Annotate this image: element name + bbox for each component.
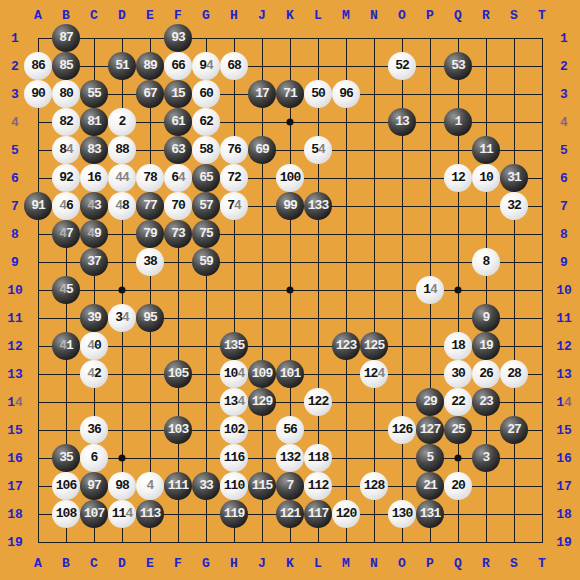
stone-Q2-move-53[interactable]: 53 — [444, 52, 472, 80]
stone-N17-move-128[interactable]: 128 — [360, 472, 388, 500]
stone-D17-move-98[interactable]: 98 — [108, 472, 136, 500]
stone-O15-move-126[interactable]: 126 — [388, 416, 416, 444]
row-label-right-19: 19 — [556, 535, 572, 550]
stone-B16-move-35[interactable]: 35 — [52, 444, 80, 472]
stone-Q14-move-22[interactable]: 22 — [444, 388, 472, 416]
row-label-right-11: 11 — [556, 311, 572, 326]
stone-C11-move-39[interactable]: 39 — [80, 304, 108, 332]
stone-A2-move-86[interactable]: 86 — [24, 52, 52, 80]
column-label-top-H: H — [230, 8, 238, 23]
column-label-bottom-K: K — [286, 556, 294, 571]
column-label-top-N: N — [370, 8, 378, 23]
stone-P16-move-5[interactable]: 5 — [416, 444, 444, 472]
stone-C18-move-107[interactable]: 107 — [80, 500, 108, 528]
stone-O4-move-13[interactable]: 13 — [388, 108, 416, 136]
stone-M18-move-120[interactable]: 120 — [332, 500, 360, 528]
stone-G17-move-33[interactable]: 33 — [192, 472, 220, 500]
row-label-left-3: 3 — [11, 87, 19, 102]
column-label-bottom-L: L — [314, 556, 322, 571]
column-label-top-G: G — [202, 8, 210, 23]
column-label-top-R: R — [482, 8, 490, 23]
stone-K18-move-121[interactable]: 121 — [276, 500, 304, 528]
column-label-top-B: B — [62, 8, 70, 23]
stone-H5-move-76[interactable]: 76 — [220, 136, 248, 164]
row-label-left-17: 17 — [7, 479, 23, 494]
stone-F8-move-73[interactable]: 73 — [164, 220, 192, 248]
stone-D18-move-114[interactable]: 114 — [108, 500, 136, 528]
stone-K7-move-99[interactable]: 99 — [276, 192, 304, 220]
column-label-bottom-N: N — [370, 556, 378, 571]
row-label-right-18: 18 — [556, 507, 572, 522]
column-label-bottom-P: P — [426, 556, 434, 571]
stone-K3-move-71[interactable]: 71 — [276, 80, 304, 108]
stone-S6-move-31[interactable]: 31 — [500, 164, 528, 192]
column-label-bottom-B: B — [62, 556, 70, 571]
column-label-bottom-Q: Q — [454, 556, 462, 571]
column-label-top-A: A — [34, 8, 42, 23]
row-label-right-15: 15 — [556, 423, 572, 438]
stone-L7-move-133[interactable]: 133 — [304, 192, 332, 220]
stone-P15-move-127[interactable]: 127 — [416, 416, 444, 444]
stone-K16-move-132[interactable]: 132 — [276, 444, 304, 472]
stone-J3-move-17[interactable]: 17 — [248, 80, 276, 108]
stone-R5-move-11[interactable]: 11 — [472, 136, 500, 164]
stone-C3-move-55[interactable]: 55 — [80, 80, 108, 108]
row-label-right-1: 1 — [560, 31, 568, 46]
column-label-top-T: T — [538, 8, 546, 23]
stone-C6-move-16[interactable]: 16 — [80, 164, 108, 192]
stone-G7-move-57[interactable]: 57 — [192, 192, 220, 220]
stone-B12-move-41[interactable]: 41 — [52, 332, 80, 360]
row-label-left-2: 2 — [11, 59, 19, 74]
stone-K13-move-101[interactable]: 101 — [276, 360, 304, 388]
stone-K15-move-56[interactable]: 56 — [276, 416, 304, 444]
stone-H7-move-74[interactable]: 74 — [220, 192, 248, 220]
star-point-D10 — [119, 287, 126, 294]
stone-E2-move-89[interactable]: 89 — [136, 52, 164, 80]
grid-line-vertical — [346, 38, 347, 543]
row-label-left-19: 19 — [7, 535, 23, 550]
column-label-bottom-R: R — [482, 556, 490, 571]
column-label-top-F: F — [174, 8, 182, 23]
stone-F6-move-64[interactable]: 64 — [164, 164, 192, 192]
stone-F13-move-105[interactable]: 105 — [164, 360, 192, 388]
column-label-bottom-C: C — [90, 556, 98, 571]
stone-E18-move-113[interactable]: 113 — [136, 500, 164, 528]
stone-B18-move-108[interactable]: 108 — [52, 500, 80, 528]
grid-line-vertical — [542, 38, 543, 543]
row-label-left-16: 16 — [7, 451, 23, 466]
stone-B6-move-92[interactable]: 92 — [52, 164, 80, 192]
grid-line-horizontal — [38, 542, 543, 543]
row-label-left-10: 10 — [7, 283, 23, 298]
stone-A7-move-91[interactable]: 91 — [24, 192, 52, 220]
stone-H13-move-104[interactable]: 104 — [220, 360, 248, 388]
row-label-right-16: 16 — [556, 451, 572, 466]
stone-C13-move-42[interactable]: 42 — [80, 360, 108, 388]
column-label-top-K: K — [286, 8, 294, 23]
star-point-K10 — [287, 287, 294, 294]
stone-D2-move-51[interactable]: 51 — [108, 52, 136, 80]
stone-P17-move-21[interactable]: 21 — [416, 472, 444, 500]
star-point-Q16 — [455, 455, 462, 462]
row-label-left-6: 6 — [11, 171, 19, 186]
stone-F17-move-111[interactable]: 111 — [164, 472, 192, 500]
row-label-left-8: 8 — [11, 227, 19, 242]
stone-F1-move-93[interactable]: 93 — [164, 24, 192, 52]
row-label-right-3: 3 — [560, 87, 568, 102]
column-label-top-O: O — [398, 8, 406, 23]
row-label-right-8: 8 — [560, 227, 568, 242]
stone-B8-move-47[interactable]: 47 — [52, 220, 80, 248]
stone-G6-move-65[interactable]: 65 — [192, 164, 220, 192]
row-label-left-9: 9 — [11, 255, 19, 270]
stone-Q4-move-1[interactable]: 1 — [444, 108, 472, 136]
column-label-top-E: E — [146, 8, 154, 23]
stone-A3-move-90[interactable]: 90 — [24, 80, 52, 108]
stone-B4-move-82[interactable]: 82 — [52, 108, 80, 136]
stone-L17-move-112[interactable]: 112 — [304, 472, 332, 500]
stone-C12-move-40[interactable]: 40 — [80, 332, 108, 360]
stone-C15-move-36[interactable]: 36 — [80, 416, 108, 444]
column-label-bottom-T: T — [538, 556, 546, 571]
stone-J14-move-129[interactable]: 129 — [248, 388, 276, 416]
stone-G9-move-59[interactable]: 59 — [192, 248, 220, 276]
row-label-left-11: 11 — [7, 311, 23, 326]
stone-O18-move-130[interactable]: 130 — [388, 500, 416, 528]
stone-B17-move-106[interactable]: 106 — [52, 472, 80, 500]
column-label-bottom-H: H — [230, 556, 238, 571]
stone-K6-move-100[interactable]: 100 — [276, 164, 304, 192]
column-label-bottom-A: A — [34, 556, 42, 571]
row-label-left-13: 13 — [7, 367, 23, 382]
stone-H15-move-102[interactable]: 102 — [220, 416, 248, 444]
stone-E9-move-38[interactable]: 38 — [136, 248, 164, 276]
column-label-bottom-F: F — [174, 556, 182, 571]
column-label-bottom-S: S — [510, 556, 518, 571]
stone-H14-move-134[interactable]: 134 — [220, 388, 248, 416]
column-label-top-S: S — [510, 8, 518, 23]
stone-E17-move-4[interactable]: 4 — [136, 472, 164, 500]
stone-D6-move-44[interactable]: 44 — [108, 164, 136, 192]
stone-B3-move-80[interactable]: 80 — [52, 80, 80, 108]
column-label-top-D: D — [118, 8, 126, 23]
stone-O2-move-52[interactable]: 52 — [388, 52, 416, 80]
stone-C8-move-49[interactable]: 49 — [80, 220, 108, 248]
stone-J17-move-115[interactable]: 115 — [248, 472, 276, 500]
stone-R11-move-9[interactable]: 9 — [472, 304, 500, 332]
row-label-right-2: 2 — [560, 59, 568, 74]
stone-R16-move-3[interactable]: 3 — [472, 444, 500, 472]
column-label-top-P: P — [426, 8, 434, 23]
stone-H2-move-68[interactable]: 68 — [220, 52, 248, 80]
row-label-right-9: 9 — [560, 255, 568, 270]
stone-E7-move-77[interactable]: 77 — [136, 192, 164, 220]
stone-N13-move-124[interactable]: 124 — [360, 360, 388, 388]
stone-B10-move-45[interactable]: 45 — [52, 276, 80, 304]
column-label-bottom-M: M — [342, 556, 350, 571]
row-label-left-1: 1 — [11, 31, 19, 46]
stone-R13-move-26[interactable]: 26 — [472, 360, 500, 388]
stone-B2-move-85[interactable]: 85 — [52, 52, 80, 80]
stone-H12-move-135[interactable]: 135 — [220, 332, 248, 360]
stone-M3-move-96[interactable]: 96 — [332, 80, 360, 108]
stone-E3-move-67[interactable]: 67 — [136, 80, 164, 108]
stone-C9-move-37[interactable]: 37 — [80, 248, 108, 276]
stone-L5-move-54[interactable]: 54 — [304, 136, 332, 164]
column-label-bottom-O: O — [398, 556, 406, 571]
stone-C4-move-81[interactable]: 81 — [80, 108, 108, 136]
column-label-top-M: M — [342, 8, 350, 23]
row-label-left-14: 14 — [7, 395, 23, 410]
stone-F15-move-103[interactable]: 103 — [164, 416, 192, 444]
stone-M12-move-123[interactable]: 123 — [332, 332, 360, 360]
stone-R14-move-23[interactable]: 23 — [472, 388, 500, 416]
stone-S13-move-28[interactable]: 28 — [500, 360, 528, 388]
row-label-left-15: 15 — [7, 423, 23, 438]
stone-D11-move-34[interactable]: 34 — [108, 304, 136, 332]
stone-G8-move-75[interactable]: 75 — [192, 220, 220, 248]
row-label-right-6: 6 — [560, 171, 568, 186]
stone-H18-move-119[interactable]: 119 — [220, 500, 248, 528]
stone-Q12-move-18[interactable]: 18 — [444, 332, 472, 360]
stone-C17-move-97[interactable]: 97 — [80, 472, 108, 500]
stone-R9-move-8[interactable]: 8 — [472, 248, 500, 276]
stone-P14-move-29[interactable]: 29 — [416, 388, 444, 416]
stone-S7-move-32[interactable]: 32 — [500, 192, 528, 220]
stone-E11-move-95[interactable]: 95 — [136, 304, 164, 332]
stone-P18-move-131[interactable]: 131 — [416, 500, 444, 528]
grid-line-vertical — [514, 38, 515, 543]
stone-Q6-move-12[interactable]: 12 — [444, 164, 472, 192]
stone-K17-move-7[interactable]: 7 — [276, 472, 304, 500]
stone-F3-move-15[interactable]: 15 — [164, 80, 192, 108]
stone-E6-move-78[interactable]: 78 — [136, 164, 164, 192]
row-label-right-14: 14 — [556, 395, 572, 410]
row-label-right-4: 4 — [560, 115, 568, 130]
column-label-bottom-J: J — [258, 556, 266, 571]
row-label-right-7: 7 — [560, 199, 568, 214]
stone-G4-move-62[interactable]: 62 — [192, 108, 220, 136]
stone-F5-move-63[interactable]: 63 — [164, 136, 192, 164]
row-label-left-12: 12 — [7, 339, 23, 354]
go-board[interactable]: AABBCCDDEEFFGGHHJJKKLLMMNNOOPPQQRRSSTT11… — [0, 0, 580, 580]
row-label-left-5: 5 — [11, 143, 19, 158]
stone-L16-move-118[interactable]: 118 — [304, 444, 332, 472]
row-label-left-18: 18 — [7, 507, 23, 522]
column-label-top-L: L — [314, 8, 322, 23]
row-label-right-13: 13 — [556, 367, 572, 382]
column-label-top-Q: Q — [454, 8, 462, 23]
stone-F7-move-70[interactable]: 70 — [164, 192, 192, 220]
row-label-right-10: 10 — [556, 283, 572, 298]
row-label-right-17: 17 — [556, 479, 572, 494]
row-label-right-12: 12 — [556, 339, 572, 354]
stone-C5-move-83[interactable]: 83 — [80, 136, 108, 164]
grid-line-vertical — [374, 38, 375, 543]
stone-R6-move-10[interactable]: 10 — [472, 164, 500, 192]
column-label-bottom-E: E — [146, 556, 154, 571]
stone-C7-move-43[interactable]: 43 — [80, 192, 108, 220]
stone-C16-move-6[interactable]: 6 — [80, 444, 108, 472]
stone-G3-move-60[interactable]: 60 — [192, 80, 220, 108]
stone-D7-move-48[interactable]: 48 — [108, 192, 136, 220]
stone-Q13-move-30[interactable]: 30 — [444, 360, 472, 388]
stone-D4-move-2[interactable]: 2 — [108, 108, 136, 136]
stone-L14-move-122[interactable]: 122 — [304, 388, 332, 416]
stone-L3-move-50[interactable]: 50 — [304, 80, 332, 108]
column-label-bottom-G: G — [202, 556, 210, 571]
stone-R12-move-19[interactable]: 19 — [472, 332, 500, 360]
stone-G5-move-58[interactable]: 58 — [192, 136, 220, 164]
star-point-Q10 — [455, 287, 462, 294]
stone-G2-move-94[interactable]: 94 — [192, 52, 220, 80]
stone-B7-move-46[interactable]: 46 — [52, 192, 80, 220]
column-label-bottom-D: D — [118, 556, 126, 571]
stone-H17-move-110[interactable]: 110 — [220, 472, 248, 500]
stone-J5-move-69[interactable]: 69 — [248, 136, 276, 164]
stone-D5-move-88[interactable]: 88 — [108, 136, 136, 164]
stone-L18-move-117[interactable]: 117 — [304, 500, 332, 528]
column-label-top-C: C — [90, 8, 98, 23]
stone-F4-move-61[interactable]: 61 — [164, 108, 192, 136]
stone-B5-move-84[interactable]: 84 — [52, 136, 80, 164]
stone-H6-move-72[interactable]: 72 — [220, 164, 248, 192]
row-label-left-4: 4 — [11, 115, 19, 130]
stone-F2-move-66[interactable]: 66 — [164, 52, 192, 80]
stone-J13-move-109[interactable]: 109 — [248, 360, 276, 388]
stone-B1-move-87[interactable]: 87 — [52, 24, 80, 52]
stone-E8-move-79[interactable]: 79 — [136, 220, 164, 248]
star-point-K4 — [287, 119, 294, 126]
stone-Q17-move-20[interactable]: 20 — [444, 472, 472, 500]
stone-Q15-move-25[interactable]: 25 — [444, 416, 472, 444]
row-label-right-5: 5 — [560, 143, 568, 158]
stone-P10-move-14[interactable]: 14 — [416, 276, 444, 304]
row-label-left-7: 7 — [11, 199, 19, 214]
stone-H16-move-116[interactable]: 116 — [220, 444, 248, 472]
column-label-top-J: J — [258, 8, 266, 23]
stone-S15-move-27[interactable]: 27 — [500, 416, 528, 444]
stone-N12-move-125[interactable]: 125 — [360, 332, 388, 360]
star-point-D16 — [119, 455, 126, 462]
